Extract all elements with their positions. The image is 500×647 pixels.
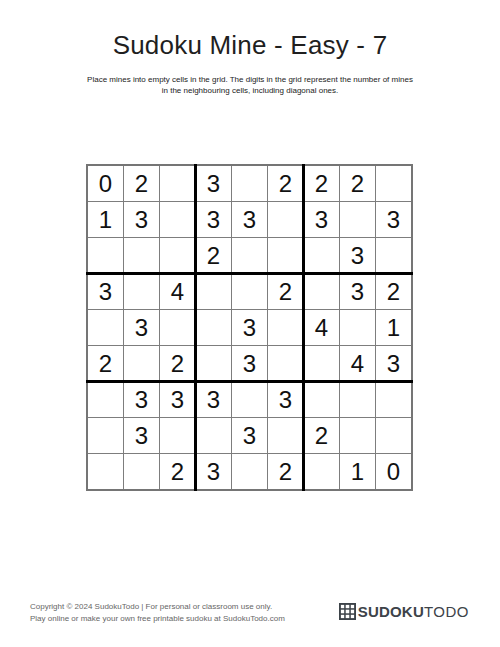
block-separator-vertical-1 (194, 164, 197, 491)
cell-r1c9[interactable] (376, 166, 411, 201)
block-separator-horizontal-1 (86, 272, 413, 275)
cell-r5c1[interactable] (88, 310, 123, 345)
cell-r6c2[interactable] (124, 346, 159, 381)
cell-r8c4[interactable] (196, 418, 231, 453)
instructions: Place mines into empty cells in the grid… (0, 74, 500, 96)
cell-r6c1: 2 (88, 346, 123, 381)
cell-r8c7: 2 (304, 418, 339, 453)
cell-r7c4: 3 (196, 382, 231, 417)
cell-r5c5: 3 (232, 310, 267, 345)
cell-r3c3[interactable] (160, 238, 195, 273)
cell-r1c2: 2 (124, 166, 159, 201)
cell-r4c5[interactable] (232, 274, 267, 309)
cell-r9c4: 3 (196, 454, 231, 489)
cell-r8c5: 3 (232, 418, 267, 453)
cell-r9c9: 0 (376, 454, 411, 489)
cell-r4c7[interactable] (304, 274, 339, 309)
cell-r2c9: 3 (376, 202, 411, 237)
cell-r4c9: 2 (376, 274, 411, 309)
cell-r2c5: 3 (232, 202, 267, 237)
copyright-text: Copyright © 2024 SudokuTodo | For person… (30, 601, 285, 625)
cell-r8c3[interactable] (160, 418, 195, 453)
cell-r6c3: 2 (160, 346, 195, 381)
page-title: Sudoku Mine - Easy - 7 (0, 30, 500, 61)
cell-r7c1[interactable] (88, 382, 123, 417)
cell-r7c5[interactable] (232, 382, 267, 417)
cell-r4c6: 2 (268, 274, 303, 309)
cell-r5c2: 3 (124, 310, 159, 345)
cell-r9c7[interactable] (304, 454, 339, 489)
cell-r4c4[interactable] (196, 274, 231, 309)
cell-r1c3[interactable] (160, 166, 195, 201)
logo-text-secondary: TODO (424, 603, 469, 620)
cell-r2c3[interactable] (160, 202, 195, 237)
instructions-line-2: in the neighbouring cells, including dia… (0, 85, 500, 96)
cell-r5c3[interactable] (160, 310, 195, 345)
cell-r3c4: 2 (196, 238, 231, 273)
cell-r3c7[interactable] (304, 238, 339, 273)
cell-r6c6[interactable] (268, 346, 303, 381)
copyright-line-1: Copyright © 2024 SudokuTodo | For person… (30, 601, 285, 613)
cell-r1c8: 2 (340, 166, 375, 201)
cell-r1c7: 2 (304, 166, 339, 201)
cell-r7c8[interactable] (340, 382, 375, 417)
cell-r2c2: 3 (124, 202, 159, 237)
cell-r3c5[interactable] (232, 238, 267, 273)
cell-r3c6[interactable] (268, 238, 303, 273)
cell-r5c8[interactable] (340, 310, 375, 345)
cell-r9c6: 2 (268, 454, 303, 489)
cell-r3c2[interactable] (124, 238, 159, 273)
cell-r2c7: 3 (304, 202, 339, 237)
cell-r6c9: 3 (376, 346, 411, 381)
block-separator-horizontal-2 (86, 380, 413, 383)
cell-r4c1: 3 (88, 274, 123, 309)
logo-text-primary: SUDOKU (358, 603, 424, 620)
cell-r1c5[interactable] (232, 166, 267, 201)
cell-r8c6[interactable] (268, 418, 303, 453)
cell-r4c8: 3 (340, 274, 375, 309)
cell-r5c7: 4 (304, 310, 339, 345)
cell-r5c4[interactable] (196, 310, 231, 345)
cell-r2c4: 3 (196, 202, 231, 237)
cell-r3c8: 3 (340, 238, 375, 273)
cell-r4c3: 4 (160, 274, 195, 309)
sudoku-grid-icon (339, 603, 356, 620)
puzzle-page: Sudoku Mine - Easy - 7 Place mines into … (0, 0, 500, 647)
cell-r7c7[interactable] (304, 382, 339, 417)
cell-r1c4: 3 (196, 166, 231, 201)
cell-r1c6: 2 (268, 166, 303, 201)
cell-r8c1[interactable] (88, 418, 123, 453)
cell-r9c2[interactable] (124, 454, 159, 489)
block-separator-vertical-2 (302, 164, 305, 491)
cell-r8c8[interactable] (340, 418, 375, 453)
cell-r8c2: 3 (124, 418, 159, 453)
cell-r4c2[interactable] (124, 274, 159, 309)
cell-r7c9[interactable] (376, 382, 411, 417)
cell-r6c5: 3 (232, 346, 267, 381)
cell-r5c9: 1 (376, 310, 411, 345)
cell-r6c7[interactable] (304, 346, 339, 381)
cell-r5c6[interactable] (268, 310, 303, 345)
cell-r7c6: 3 (268, 382, 303, 417)
sudokutodo-logo: SUDOKU TODO (339, 603, 469, 620)
cell-r3c9[interactable] (376, 238, 411, 273)
sudoku-mine-board: 0232221333332334232334122343333333223210 (86, 164, 413, 491)
cell-r7c3: 3 (160, 382, 195, 417)
cell-r9c1[interactable] (88, 454, 123, 489)
copyright-line-2: Play online or make your own free printa… (30, 613, 285, 625)
cell-r2c1: 1 (88, 202, 123, 237)
instructions-line-1: Place mines into empty cells in the grid… (0, 74, 500, 85)
cell-r1c1: 0 (88, 166, 123, 201)
cell-r2c6[interactable] (268, 202, 303, 237)
cell-r3c1[interactable] (88, 238, 123, 273)
cell-r9c5[interactable] (232, 454, 267, 489)
cell-r6c8: 4 (340, 346, 375, 381)
cell-r6c4[interactable] (196, 346, 231, 381)
cell-r8c9[interactable] (376, 418, 411, 453)
cell-r9c3: 2 (160, 454, 195, 489)
cell-r9c8: 1 (340, 454, 375, 489)
cell-r7c2: 3 (124, 382, 159, 417)
cell-r2c8[interactable] (340, 202, 375, 237)
